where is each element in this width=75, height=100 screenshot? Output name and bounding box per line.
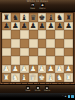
white-bishop-piece: ♝ [21, 74, 28, 81]
square-c7[interactable]: ♟ [20, 22, 29, 31]
black-pawn-piece: ♟ [3, 22, 10, 29]
square-c1[interactable]: ♝ [20, 73, 29, 82]
clock-icon [71, 95, 74, 98]
square-a6[interactable] [2, 30, 11, 39]
square-f6[interactable] [46, 30, 55, 39]
chess-app-screen: White to move ♟New♟Menu ♜♞♝♛♚♝♞♜♟♟♟♟♟♟♟♟… [0, 0, 75, 100]
square-d4[interactable] [29, 48, 38, 57]
android-system-bar: ◦▴ [0, 93, 75, 100]
white-pawn-piece: ♟ [3, 65, 10, 72]
square-g5[interactable] [55, 39, 64, 48]
white-pawn-piece: ♟ [65, 65, 72, 72]
square-f1[interactable]: ♝ [46, 73, 55, 82]
square-f7[interactable]: ♟ [46, 22, 55, 31]
black-bishop-piece: ♝ [21, 13, 28, 20]
square-a5[interactable] [2, 39, 11, 48]
square-h5[interactable] [64, 39, 73, 48]
square-g6[interactable] [55, 30, 64, 39]
black-pawn-piece: ♟ [12, 22, 19, 29]
square-a1[interactable]: ♜ [2, 73, 11, 82]
black-pawn-piece: ♟ [30, 22, 37, 29]
menu-button[interactable]: ≡Menu [44, 86, 51, 93]
square-e4[interactable] [38, 48, 47, 57]
square-d7[interactable]: ♟ [29, 22, 38, 31]
black-knight-piece: ♞ [56, 13, 63, 20]
button-label: Menu [39, 8, 45, 10]
square-b6[interactable] [11, 30, 20, 39]
white-king-piece: ♚ [39, 74, 46, 81]
square-e1[interactable]: ♚ [38, 73, 47, 82]
black-pawn-piece: ♟ [47, 22, 54, 29]
new-game-button[interactable]: ♟New [29, 3, 36, 10]
square-h1[interactable]: ♜ [64, 73, 73, 82]
square-b7[interactable]: ♟ [11, 22, 20, 31]
square-h7[interactable]: ♟ [64, 22, 73, 31]
menu-button[interactable]: ♟Menu [39, 3, 46, 10]
top-button-row: ♟New♟Menu [29, 3, 46, 10]
square-d1[interactable]: ♛ [29, 73, 38, 82]
white-bishop-piece: ♝ [47, 74, 54, 81]
black-pawn-piece: ♟ [65, 22, 72, 29]
new-game-button[interactable]: +New [24, 86, 31, 93]
status-tray: ◦▴ [62, 95, 74, 99]
black-rook-piece: ♜ [65, 13, 72, 20]
chess-board: ♜♞♝♛♚♝♞♜♟♟♟♟♟♟♟♟♟♟♟♟♟♟♟♟♜♞♝♛♚♝♞♜ [2, 13, 73, 82]
square-g7[interactable]: ♟ [55, 22, 64, 31]
square-c6[interactable] [20, 30, 29, 39]
square-d5[interactable] [29, 39, 38, 48]
square-c5[interactable] [20, 39, 29, 48]
black-bishop-piece: ♝ [47, 13, 54, 20]
top-bar: White to move ♟New♟Menu [0, 0, 75, 12]
black-rook-piece: ♜ [3, 13, 10, 20]
black-pawn-piece: ♟ [21, 22, 28, 29]
white-rook-piece: ♜ [3, 74, 10, 81]
black-pawn-piece: ♟ [56, 22, 63, 29]
square-b1[interactable]: ♞ [11, 73, 20, 82]
square-h4[interactable] [64, 48, 73, 57]
white-knight-piece: ♞ [12, 74, 19, 81]
white-pawn-piece: ♟ [12, 65, 19, 72]
square-a7[interactable]: ♟ [2, 22, 11, 31]
square-g1[interactable]: ♞ [55, 73, 64, 82]
black-knight-piece: ♞ [12, 13, 19, 20]
square-d6[interactable] [29, 30, 38, 39]
square-c4[interactable] [20, 48, 29, 57]
black-pawn-piece: ♟ [39, 22, 46, 29]
square-h6[interactable] [64, 30, 73, 39]
black-queen-piece: ♛ [30, 13, 37, 20]
battery-icon [68, 95, 70, 99]
bottom-button-row: +New↶Undo≡Menu [24, 86, 50, 93]
black-king-piece: ♚ [39, 13, 46, 20]
button-label: New [30, 8, 35, 10]
square-e7[interactable]: ♟ [38, 22, 47, 31]
wifi-icon: ▴ [65, 95, 67, 98]
white-knight-piece: ♞ [56, 74, 63, 81]
square-f5[interactable] [46, 39, 55, 48]
notification-icon: ◦ [62, 95, 64, 98]
square-e6[interactable] [38, 30, 47, 39]
white-pawn-piece: ♟ [39, 65, 46, 72]
square-b5[interactable] [11, 39, 20, 48]
undo-button[interactable]: ↶Undo [34, 86, 41, 93]
square-a4[interactable] [2, 48, 11, 57]
square-g4[interactable] [55, 48, 64, 57]
white-pawn-piece: ♟ [56, 65, 63, 72]
square-b4[interactable] [11, 48, 20, 57]
white-rook-piece: ♜ [65, 74, 72, 81]
square-f4[interactable] [46, 48, 55, 57]
white-pawn-piece: ♟ [30, 65, 37, 72]
square-e5[interactable] [38, 39, 47, 48]
white-pawn-piece: ♟ [21, 65, 28, 72]
white-pawn-piece: ♟ [47, 65, 54, 72]
white-queen-piece: ♛ [30, 74, 37, 81]
